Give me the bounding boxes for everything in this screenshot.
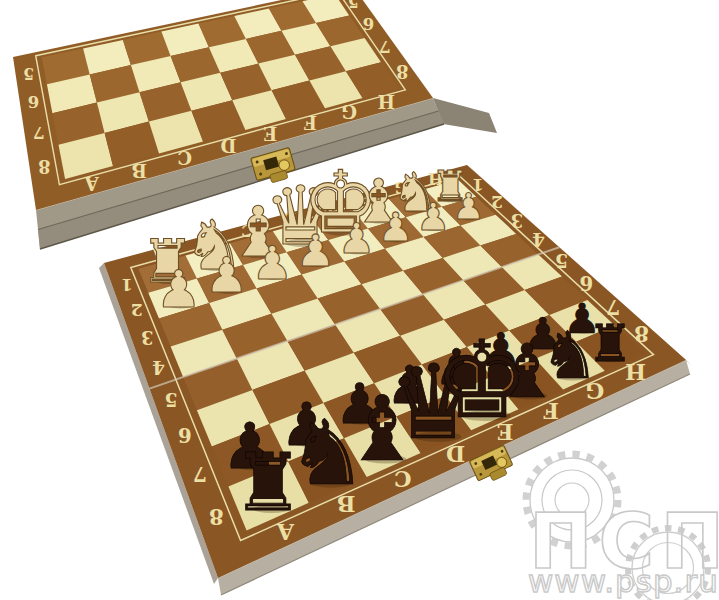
piece-white-pawn: ♟ <box>155 259 201 319</box>
watermark-logo: ПСПwww.psp.ru <box>526 454 719 600</box>
rank-label-right-5: 5 <box>555 249 568 272</box>
piece-white-pawn: ♟ <box>296 225 335 276</box>
rank-label-left-8: 8 <box>209 504 224 529</box>
rank-label-left-4: 4 <box>152 357 165 378</box>
box-file-label-h: H <box>378 91 395 112</box>
box-rank-label-left-5: 5 <box>23 64 34 83</box>
box-file-label-a: A <box>84 173 100 194</box>
box-file-label-b: B <box>131 160 147 181</box>
box-rank-label-right-8: 8 <box>396 61 408 82</box>
box-rank-label-left-8: 8 <box>38 156 50 177</box>
box-rank-label-right-5: 5 <box>348 0 359 11</box>
piece-black-rook: ♜ <box>587 314 633 373</box>
box-file-label-g: G <box>341 101 357 122</box>
rank-label-left-1: 1 <box>121 275 133 295</box>
rank-label-left-3: 3 <box>141 327 153 348</box>
chess-set-scene: 55667788ABCDEFGH1122334455667788AABBCCDD… <box>0 0 719 600</box>
piece-white-pawn: ♟ <box>251 236 293 290</box>
rank-label-right-3: 3 <box>511 210 523 231</box>
piece-white-pawn: ♟ <box>205 247 249 304</box>
piece-white-pawn: ♟ <box>452 185 485 228</box>
box-rank-label-left-6: 6 <box>28 92 40 112</box>
box-rank-label-right-7: 7 <box>379 37 391 57</box>
rank-label-left-7: 7 <box>193 462 207 486</box>
piece-white-pawn: ♟ <box>338 214 376 263</box>
box-file-label-e: E <box>263 123 277 144</box>
rank-label-right-8: 8 <box>634 321 649 346</box>
watermark-url: www.psp.ru <box>528 563 719 599</box>
piece-white-pawn: ♟ <box>416 195 450 239</box>
box-rank-label-left-7: 7 <box>33 123 45 143</box>
rank-label-right-2: 2 <box>491 192 503 212</box>
rank-label-right-6: 6 <box>580 271 594 295</box>
box-file-label-d: D <box>220 135 236 156</box>
product-photo: Folding wooden chess set: closed board-b… <box>0 0 719 600</box>
rank-label-left-5: 5 <box>165 388 178 411</box>
box-end-face <box>433 98 497 133</box>
rank-label-left-2: 2 <box>131 300 143 320</box>
rank-label-left-6: 6 <box>178 423 192 447</box>
rank-label-right-4: 4 <box>532 229 545 250</box>
piece-white-pawn: ♟ <box>378 204 414 250</box>
box-rank-label-right-6: 6 <box>363 14 375 34</box>
box-file-label-c: C <box>177 147 192 168</box>
box-file-label-f: F <box>304 112 317 133</box>
